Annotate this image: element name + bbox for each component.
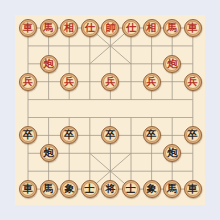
piece-black-advisor[interactable]: 士 — [81, 180, 99, 198]
piece-glyph: 馬 — [41, 181, 57, 197]
piece-glyph: 仕 — [82, 20, 98, 36]
piece-black-horse[interactable]: 馬 — [40, 180, 58, 198]
piece-glyph: 馬 — [164, 20, 180, 36]
piece-glyph: 兵 — [61, 74, 77, 90]
piece-glyph: 馬 — [41, 20, 57, 36]
piece-glyph: 兵 — [144, 74, 160, 90]
piece-black-cannon[interactable]: 炮 — [163, 144, 181, 162]
piece-glyph: 車 — [185, 20, 201, 36]
piece-glyph: 車 — [20, 20, 36, 36]
page-background: 車馬相仕帥仕相馬車炮炮兵兵兵兵兵卒卒卒卒卒炮炮車馬象士将士象馬車 — [0, 0, 220, 220]
piece-black-general[interactable]: 将 — [101, 180, 119, 198]
piece-red-soldier[interactable]: 兵 — [19, 73, 37, 91]
piece-glyph: 炮 — [164, 145, 180, 161]
piece-black-advisor[interactable]: 士 — [122, 180, 140, 198]
piece-black-chariot[interactable]: 車 — [19, 180, 37, 198]
piece-glyph: 馬 — [164, 181, 180, 197]
piece-glyph: 卒 — [144, 127, 160, 143]
piece-glyph: 兵 — [20, 74, 36, 90]
piece-glyph: 卒 — [61, 127, 77, 143]
piece-red-general[interactable]: 帥 — [101, 19, 119, 37]
piece-black-elephant[interactable]: 象 — [60, 180, 78, 198]
piece-glyph: 帥 — [102, 20, 118, 36]
piece-glyph: 卒 — [185, 127, 201, 143]
piece-glyph: 車 — [185, 181, 201, 197]
piece-black-chariot[interactable]: 車 — [184, 180, 202, 198]
piece-red-advisor[interactable]: 仕 — [122, 19, 140, 37]
piece-red-cannon[interactable]: 炮 — [40, 55, 58, 73]
piece-black-soldier[interactable]: 卒 — [143, 126, 161, 144]
piece-red-advisor[interactable]: 仕 — [81, 19, 99, 37]
piece-red-soldier[interactable]: 兵 — [101, 73, 119, 91]
piece-glyph: 相 — [144, 20, 160, 36]
piece-glyph: 兵 — [102, 74, 118, 90]
piece-glyph: 将 — [102, 181, 118, 197]
piece-glyph: 象 — [61, 181, 77, 197]
piece-glyph: 炮 — [164, 56, 180, 72]
piece-red-elephant[interactable]: 相 — [60, 19, 78, 37]
piece-glyph: 士 — [123, 181, 139, 197]
piece-glyph: 炮 — [41, 145, 57, 161]
piece-glyph: 卒 — [102, 127, 118, 143]
piece-black-cannon[interactable]: 炮 — [40, 144, 58, 162]
piece-glyph: 相 — [61, 20, 77, 36]
piece-red-chariot[interactable]: 車 — [19, 19, 37, 37]
piece-glyph: 象 — [144, 181, 160, 197]
piece-red-soldier[interactable]: 兵 — [143, 73, 161, 91]
piece-red-soldier[interactable]: 兵 — [60, 73, 78, 91]
piece-black-soldier[interactable]: 卒 — [60, 126, 78, 144]
piece-red-soldier[interactable]: 兵 — [184, 73, 202, 91]
piece-black-soldier[interactable]: 卒 — [184, 126, 202, 144]
piece-glyph: 車 — [20, 181, 36, 197]
piece-glyph: 卒 — [20, 127, 36, 143]
piece-red-horse[interactable]: 馬 — [163, 19, 181, 37]
piece-black-elephant[interactable]: 象 — [143, 180, 161, 198]
piece-black-soldier[interactable]: 卒 — [19, 126, 37, 144]
piece-black-horse[interactable]: 馬 — [163, 180, 181, 198]
piece-red-elephant[interactable]: 相 — [143, 19, 161, 37]
piece-glyph: 炮 — [41, 56, 57, 72]
piece-red-cannon[interactable]: 炮 — [163, 55, 181, 73]
piece-layer: 車馬相仕帥仕相馬車炮炮兵兵兵兵兵卒卒卒卒卒炮炮車馬象士将士象馬車 — [0, 0, 220, 220]
piece-red-horse[interactable]: 馬 — [40, 19, 58, 37]
piece-glyph: 兵 — [185, 74, 201, 90]
piece-glyph: 士 — [82, 181, 98, 197]
piece-black-soldier[interactable]: 卒 — [101, 126, 119, 144]
piece-red-chariot[interactable]: 車 — [184, 19, 202, 37]
piece-glyph: 仕 — [123, 20, 139, 36]
